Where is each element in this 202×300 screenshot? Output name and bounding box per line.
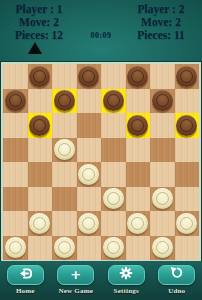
board-cell[interactable] [28, 113, 53, 138]
board-cell[interactable] [52, 89, 77, 114]
dark-piece[interactable] [29, 115, 50, 136]
board-cell[interactable] [126, 113, 151, 138]
board-cell[interactable] [3, 187, 28, 212]
board-cell[interactable] [101, 162, 126, 187]
board [1, 62, 201, 262]
board-cell[interactable] [52, 113, 77, 138]
board-cell[interactable] [77, 162, 102, 187]
checkers-app: Player : 1 Move: 2 Pieces: 12 Player : 2… [0, 0, 202, 300]
light-piece[interactable] [54, 139, 75, 160]
board-cell[interactable] [150, 113, 175, 138]
light-piece[interactable] [5, 237, 26, 258]
dark-piece[interactable] [29, 66, 50, 87]
board-cell[interactable] [126, 211, 151, 236]
status-bar: Player : 1 Move: 2 Pieces: 12 Player : 2… [0, 0, 202, 62]
board-cell[interactable] [28, 162, 53, 187]
board-cell[interactable] [126, 187, 151, 212]
light-piece[interactable] [29, 213, 50, 234]
board-cell[interactable] [150, 211, 175, 236]
dark-piece[interactable] [54, 90, 75, 111]
board-cell[interactable] [101, 211, 126, 236]
undo-button[interactable]: Udno [158, 261, 195, 295]
board-cell[interactable] [28, 211, 53, 236]
undo-button-label: Udno [168, 287, 185, 295]
dark-piece[interactable] [5, 90, 26, 111]
settings-button-face[interactable] [108, 265, 145, 285]
home-exit-icon [18, 266, 33, 284]
board-cell[interactable] [52, 211, 77, 236]
player1-label: Player : 1 [0, 3, 78, 16]
board-cell[interactable] [175, 89, 200, 114]
board-cell[interactable] [77, 89, 102, 114]
board-cell[interactable] [150, 162, 175, 187]
game-timer: 00:09 [0, 31, 202, 40]
board-cell[interactable] [175, 236, 200, 261]
board-cell[interactable] [77, 187, 102, 212]
board-cell[interactable] [28, 89, 53, 114]
board-cell[interactable] [150, 64, 175, 89]
board-cell[interactable] [28, 187, 53, 212]
home-button-label: Home [16, 287, 35, 295]
board-cell[interactable] [77, 236, 102, 261]
light-piece[interactable] [127, 213, 148, 234]
home-button[interactable]: Home [7, 261, 44, 295]
board-cell[interactable] [52, 64, 77, 89]
board-cell[interactable] [52, 187, 77, 212]
player1-move: Move: 2 [0, 16, 78, 29]
board-cell[interactable] [150, 89, 175, 114]
board-cell[interactable] [28, 138, 53, 163]
board-cell[interactable] [175, 64, 200, 89]
dark-piece[interactable] [176, 115, 197, 136]
undo-button-face[interactable] [158, 265, 195, 285]
light-piece[interactable] [152, 188, 173, 209]
board-cell[interactable] [101, 187, 126, 212]
gear-icon [119, 266, 133, 284]
turn-indicator-icon [28, 42, 42, 54]
dark-piece[interactable] [152, 90, 173, 111]
undo-arrow-icon [170, 266, 184, 284]
board-cell[interactable] [3, 113, 28, 138]
dark-piece[interactable] [127, 66, 148, 87]
board-cell[interactable] [175, 138, 200, 163]
board-cell[interactable] [3, 236, 28, 261]
board-cell[interactable] [126, 64, 151, 89]
dark-piece[interactable] [103, 90, 124, 111]
light-piece[interactable] [78, 164, 99, 185]
light-piece[interactable] [103, 188, 124, 209]
light-piece[interactable] [54, 237, 75, 258]
light-piece[interactable] [78, 213, 99, 234]
board-cell[interactable] [101, 236, 126, 261]
new-game-button-label: New Game [59, 287, 93, 295]
board-cell[interactable] [101, 89, 126, 114]
light-piece[interactable] [152, 237, 173, 258]
plus-icon: + [70, 268, 81, 281]
board-cell[interactable] [52, 162, 77, 187]
toolbar: Home + New Game [0, 261, 202, 300]
light-piece[interactable] [176, 213, 197, 234]
board-cell[interactable] [52, 138, 77, 163]
board-cell[interactable] [3, 138, 28, 163]
dark-piece[interactable] [78, 66, 99, 87]
board-cell[interactable] [150, 187, 175, 212]
board-cell[interactable] [175, 187, 200, 212]
board-cell[interactable] [77, 64, 102, 89]
board-cell[interactable] [175, 113, 200, 138]
board-cell[interactable] [101, 113, 126, 138]
settings-button-label: Settings [114, 287, 139, 295]
dark-piece[interactable] [176, 66, 197, 87]
board-cell[interactable] [101, 64, 126, 89]
board-cell[interactable] [126, 236, 151, 261]
board-cell[interactable] [150, 138, 175, 163]
player2-move: Move: 2 [122, 16, 200, 29]
board-cell[interactable] [3, 211, 28, 236]
board-cell[interactable] [3, 89, 28, 114]
board-cell[interactable] [175, 211, 200, 236]
dark-piece[interactable] [127, 115, 148, 136]
board-cell[interactable] [77, 113, 102, 138]
board-cell[interactable] [175, 162, 200, 187]
board-cell[interactable] [28, 64, 53, 89]
new-game-button-face[interactable]: + [57, 265, 94, 285]
board-cell[interactable] [126, 138, 151, 163]
board-cell[interactable] [77, 138, 102, 163]
settings-button[interactable]: Settings [108, 261, 145, 295]
player2-label: Player : 2 [122, 3, 200, 16]
board-cell[interactable] [3, 64, 28, 89]
board-cell[interactable] [77, 211, 102, 236]
home-button-face[interactable] [7, 265, 44, 285]
board-cell[interactable] [126, 89, 151, 114]
board-cell[interactable] [101, 138, 126, 163]
light-piece[interactable] [103, 237, 124, 258]
board-cell[interactable] [52, 236, 77, 261]
new-game-button[interactable]: + New Game [57, 261, 94, 295]
board-cell[interactable] [150, 236, 175, 261]
board-cell[interactable] [28, 236, 53, 261]
board-cell[interactable] [126, 162, 151, 187]
board-cell[interactable] [3, 162, 28, 187]
